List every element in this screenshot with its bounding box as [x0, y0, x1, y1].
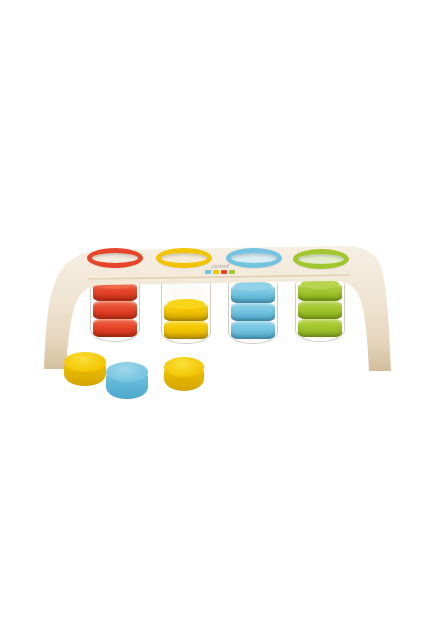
green-tube: [295, 282, 345, 342]
blue-disc: [231, 321, 275, 339]
loose-yellow-disc: [64, 352, 106, 386]
blue-disc: [231, 303, 275, 321]
green-disc: [298, 283, 342, 301]
blue-disc: [231, 285, 275, 303]
logo-dot-1: [213, 270, 219, 274]
yellow-disc-top: [64, 352, 106, 372]
blue-disc-top: [106, 362, 148, 382]
red-disc: [93, 319, 137, 337]
loose-yellow-disc: [164, 357, 204, 391]
green-disc: [298, 301, 342, 319]
logo-dot-2: [221, 270, 227, 274]
wooden-bench: [0, 0, 444, 640]
blue-tube: [228, 282, 278, 344]
loose-blue-disc: [106, 362, 148, 399]
yellow-tube: [161, 282, 211, 344]
red-tube: [90, 282, 140, 342]
red-disc: [93, 283, 137, 301]
green-disc: [298, 319, 342, 337]
yellow-disc: [164, 321, 208, 339]
red-ring: [87, 248, 143, 268]
bench-front-seam: [88, 275, 350, 279]
green-ring: [293, 249, 349, 269]
yellow-disc: [164, 303, 208, 321]
logo-dot-0: [205, 270, 211, 274]
yellow-disc-top: [164, 357, 204, 377]
brand-logo: janod: [196, 263, 244, 274]
red-disc: [93, 301, 137, 319]
product-photo: janod: [0, 0, 444, 640]
brand-logo-dots: [196, 270, 244, 274]
brand-logo-text: janod: [196, 263, 244, 269]
logo-dot-3: [229, 270, 235, 274]
